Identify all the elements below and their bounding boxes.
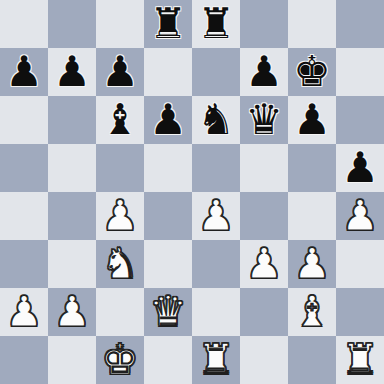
square-h2[interactable] (336, 288, 384, 336)
square-e3[interactable] (192, 240, 240, 288)
square-a1[interactable] (0, 336, 48, 384)
white-pawn-c4[interactable]: ♟ (101, 192, 139, 240)
square-a4[interactable] (0, 192, 48, 240)
square-a5[interactable] (0, 144, 48, 192)
square-g5[interactable] (288, 144, 336, 192)
white-knight-c3[interactable]: ♞ (101, 240, 139, 288)
black-bishop-c6[interactable]: ♝ (101, 96, 139, 144)
black-pawn-b7[interactable]: ♟ (53, 48, 91, 96)
square-e5[interactable] (192, 144, 240, 192)
square-b5[interactable] (48, 144, 96, 192)
square-h8[interactable] (336, 0, 384, 48)
square-e2[interactable] (192, 288, 240, 336)
square-b8[interactable] (48, 0, 96, 48)
white-king-c1[interactable]: ♚ (101, 336, 139, 384)
black-pawn-g6[interactable]: ♟ (293, 96, 331, 144)
square-e8[interactable]: ♜ (192, 0, 240, 48)
square-g7[interactable]: ♚ (288, 48, 336, 96)
square-d4[interactable] (144, 192, 192, 240)
black-knight-e6[interactable]: ♞ (197, 96, 235, 144)
square-f7[interactable]: ♟ (240, 48, 288, 96)
square-d2[interactable]: ♛ (144, 288, 192, 336)
black-king-g7[interactable]: ♚ (293, 48, 331, 96)
square-b2[interactable]: ♟ (48, 288, 96, 336)
square-h6[interactable] (336, 96, 384, 144)
square-f8[interactable] (240, 0, 288, 48)
square-c7[interactable]: ♟ (96, 48, 144, 96)
square-c6[interactable]: ♝ (96, 96, 144, 144)
square-h4[interactable]: ♟ (336, 192, 384, 240)
square-b1[interactable] (48, 336, 96, 384)
square-a8[interactable] (0, 0, 48, 48)
square-a7[interactable]: ♟ (0, 48, 48, 96)
black-rook-e8[interactable]: ♜ (197, 0, 235, 48)
square-g8[interactable] (288, 0, 336, 48)
white-rook-h1[interactable]: ♜ (341, 336, 379, 384)
white-rook-e1[interactable]: ♜ (197, 336, 235, 384)
square-c1[interactable]: ♚ (96, 336, 144, 384)
square-a6[interactable] (0, 96, 48, 144)
black-pawn-c7[interactable]: ♟ (101, 48, 139, 96)
square-b7[interactable]: ♟ (48, 48, 96, 96)
square-f1[interactable] (240, 336, 288, 384)
square-b4[interactable] (48, 192, 96, 240)
square-d7[interactable] (144, 48, 192, 96)
square-e1[interactable]: ♜ (192, 336, 240, 384)
black-pawn-h5[interactable]: ♟ (341, 144, 379, 192)
square-h1[interactable]: ♜ (336, 336, 384, 384)
square-c4[interactable]: ♟ (96, 192, 144, 240)
square-d1[interactable] (144, 336, 192, 384)
square-g2[interactable]: ♝ (288, 288, 336, 336)
white-pawn-e4[interactable]: ♟ (197, 192, 235, 240)
square-h7[interactable] (336, 48, 384, 96)
white-pawn-b2[interactable]: ♟ (53, 288, 91, 336)
square-d6[interactable]: ♟ (144, 96, 192, 144)
square-h5[interactable]: ♟ (336, 144, 384, 192)
square-f2[interactable] (240, 288, 288, 336)
chess-board: ♜♜♟♟♟♟♚♝♟♞♛♟♟♟♟♟♞♟♟♟♟♛♝♚♜♜ (0, 0, 384, 384)
square-a3[interactable] (0, 240, 48, 288)
square-f4[interactable] (240, 192, 288, 240)
square-e6[interactable]: ♞ (192, 96, 240, 144)
white-queen-d2[interactable]: ♛ (149, 288, 187, 336)
square-a2[interactable]: ♟ (0, 288, 48, 336)
black-pawn-f7[interactable]: ♟ (245, 48, 283, 96)
white-pawn-f3[interactable]: ♟ (245, 240, 283, 288)
black-pawn-a7[interactable]: ♟ (5, 48, 43, 96)
square-b6[interactable] (48, 96, 96, 144)
square-c2[interactable] (96, 288, 144, 336)
white-bishop-g2[interactable]: ♝ (293, 288, 331, 336)
square-c8[interactable] (96, 0, 144, 48)
square-f5[interactable] (240, 144, 288, 192)
square-c5[interactable] (96, 144, 144, 192)
square-b3[interactable] (48, 240, 96, 288)
square-h3[interactable] (336, 240, 384, 288)
black-queen-f6[interactable]: ♛ (245, 96, 283, 144)
square-f3[interactable]: ♟ (240, 240, 288, 288)
square-g1[interactable] (288, 336, 336, 384)
black-rook-d8[interactable]: ♜ (149, 0, 187, 48)
square-d3[interactable] (144, 240, 192, 288)
white-pawn-a2[interactable]: ♟ (5, 288, 43, 336)
white-pawn-h4[interactable]: ♟ (341, 192, 379, 240)
white-pawn-g3[interactable]: ♟ (293, 240, 331, 288)
square-f6[interactable]: ♛ (240, 96, 288, 144)
black-pawn-d6[interactable]: ♟ (149, 96, 187, 144)
square-e4[interactable]: ♟ (192, 192, 240, 240)
square-c3[interactable]: ♞ (96, 240, 144, 288)
square-d5[interactable] (144, 144, 192, 192)
square-g4[interactable] (288, 192, 336, 240)
square-e7[interactable] (192, 48, 240, 96)
square-d8[interactable]: ♜ (144, 0, 192, 48)
square-g3[interactable]: ♟ (288, 240, 336, 288)
square-g6[interactable]: ♟ (288, 96, 336, 144)
